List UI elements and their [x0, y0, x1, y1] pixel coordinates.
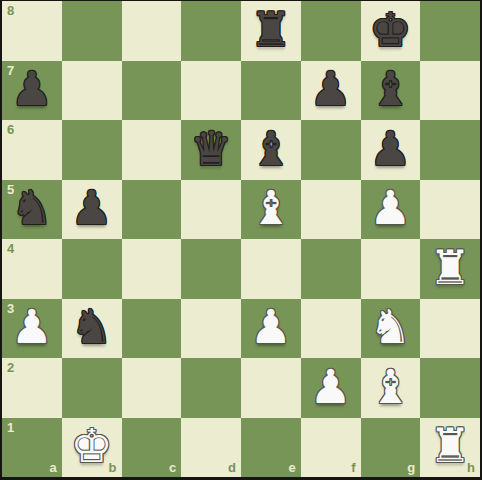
square-e1[interactable]: e [241, 418, 301, 478]
white-pawn-f2[interactable]: ♟ [301, 358, 361, 418]
black-knight-b3[interactable]: ♞ [62, 299, 122, 359]
square-d7[interactable] [181, 61, 241, 121]
rank-label-2: 2 [7, 361, 14, 374]
black-pawn-f7[interactable]: ♟ [301, 61, 361, 121]
square-f7[interactable]: ♟ [301, 61, 361, 121]
square-c4[interactable] [122, 239, 182, 299]
square-f1[interactable]: f [301, 418, 361, 478]
square-a3[interactable]: 3♟ [2, 299, 62, 359]
square-f6[interactable] [301, 120, 361, 180]
black-pawn-a7[interactable]: ♟ [2, 61, 62, 121]
square-a4[interactable]: 4 [2, 239, 62, 299]
square-g2[interactable]: ♝ [361, 358, 421, 418]
file-label-d: d [228, 461, 236, 474]
file-label-f: f [351, 461, 355, 474]
square-e2[interactable] [241, 358, 301, 418]
file-label-e: e [289, 461, 296, 474]
white-pawn-g5[interactable]: ♟ [361, 180, 421, 240]
black-pawn-g6[interactable]: ♟ [361, 120, 421, 180]
square-f2[interactable]: ♟ [301, 358, 361, 418]
white-rook-h4[interactable]: ♜ [420, 239, 480, 299]
square-d3[interactable] [181, 299, 241, 359]
square-c2[interactable] [122, 358, 182, 418]
square-f4[interactable] [301, 239, 361, 299]
square-h8[interactable] [420, 1, 480, 61]
square-e3[interactable]: ♟ [241, 299, 301, 359]
square-h1[interactable]: h♜ [420, 418, 480, 478]
square-h7[interactable] [420, 61, 480, 121]
square-g7[interactable]: ♝ [361, 61, 421, 121]
square-a6[interactable]: 6 [2, 120, 62, 180]
board-frame: 8♜♚7♟♟♝6♛♝♟5♞♟♝♟4♜3♟♞♟♞2♟♝1ab♚cdefgh♜ [0, 0, 482, 480]
square-d5[interactable] [181, 180, 241, 240]
square-d8[interactable] [181, 1, 241, 61]
white-rook-h1[interactable]: ♜ [420, 418, 480, 478]
white-knight-g3[interactable]: ♞ [361, 299, 421, 359]
square-c8[interactable] [122, 1, 182, 61]
square-g3[interactable]: ♞ [361, 299, 421, 359]
square-g6[interactable]: ♟ [361, 120, 421, 180]
square-d1[interactable]: d [181, 418, 241, 478]
square-c5[interactable] [122, 180, 182, 240]
rank-label-1: 1 [7, 421, 14, 434]
square-h6[interactable] [420, 120, 480, 180]
square-g5[interactable]: ♟ [361, 180, 421, 240]
square-b8[interactable] [62, 1, 122, 61]
square-f5[interactable] [301, 180, 361, 240]
white-bishop-g2[interactable]: ♝ [361, 358, 421, 418]
square-c1[interactable]: c [122, 418, 182, 478]
square-a1[interactable]: 1a [2, 418, 62, 478]
square-f8[interactable] [301, 1, 361, 61]
black-rook-e8[interactable]: ♜ [241, 1, 301, 61]
square-d4[interactable] [181, 239, 241, 299]
square-b3[interactable]: ♞ [62, 299, 122, 359]
square-a5[interactable]: 5♞ [2, 180, 62, 240]
white-king-b1[interactable]: ♚ [62, 418, 122, 478]
square-a2[interactable]: 2 [2, 358, 62, 418]
file-label-c: c [169, 461, 176, 474]
rank-label-4: 4 [7, 242, 14, 255]
white-pawn-a3[interactable]: ♟ [2, 299, 62, 359]
square-a7[interactable]: 7♟ [2, 61, 62, 121]
square-h4[interactable]: ♜ [420, 239, 480, 299]
white-pawn-e3[interactable]: ♟ [241, 299, 301, 359]
square-b4[interactable] [62, 239, 122, 299]
chess-board: 8♜♚7♟♟♝6♛♝♟5♞♟♝♟4♜3♟♞♟♞2♟♝1ab♚cdefgh♜ [2, 1, 480, 477]
square-b7[interactable] [62, 61, 122, 121]
file-label-a: a [50, 461, 57, 474]
square-f3[interactable] [301, 299, 361, 359]
square-g4[interactable] [361, 239, 421, 299]
square-c3[interactable] [122, 299, 182, 359]
square-h5[interactable] [420, 180, 480, 240]
black-queen-d6[interactable]: ♛ [181, 120, 241, 180]
square-g1[interactable]: g [361, 418, 421, 478]
square-g8[interactable]: ♚ [361, 1, 421, 61]
black-bishop-e6[interactable]: ♝ [241, 120, 301, 180]
square-e6[interactable]: ♝ [241, 120, 301, 180]
square-b6[interactable] [62, 120, 122, 180]
square-c7[interactable] [122, 61, 182, 121]
square-e7[interactable] [241, 61, 301, 121]
square-d2[interactable] [181, 358, 241, 418]
rank-label-8: 8 [7, 4, 14, 17]
square-h2[interactable] [420, 358, 480, 418]
square-a8[interactable]: 8 [2, 1, 62, 61]
square-c6[interactable] [122, 120, 182, 180]
file-label-g: g [407, 461, 415, 474]
square-b2[interactable] [62, 358, 122, 418]
black-pawn-b5[interactable]: ♟ [62, 180, 122, 240]
black-knight-a5[interactable]: ♞ [2, 180, 62, 240]
square-h3[interactable] [420, 299, 480, 359]
rank-label-6: 6 [7, 123, 14, 136]
square-e4[interactable] [241, 239, 301, 299]
white-bishop-e5[interactable]: ♝ [241, 180, 301, 240]
square-e5[interactable]: ♝ [241, 180, 301, 240]
square-e8[interactable]: ♜ [241, 1, 301, 61]
black-king-g8[interactable]: ♚ [361, 1, 421, 61]
square-d6[interactable]: ♛ [181, 120, 241, 180]
square-b5[interactable]: ♟ [62, 180, 122, 240]
black-bishop-g7[interactable]: ♝ [361, 61, 421, 121]
square-b1[interactable]: b♚ [62, 418, 122, 478]
